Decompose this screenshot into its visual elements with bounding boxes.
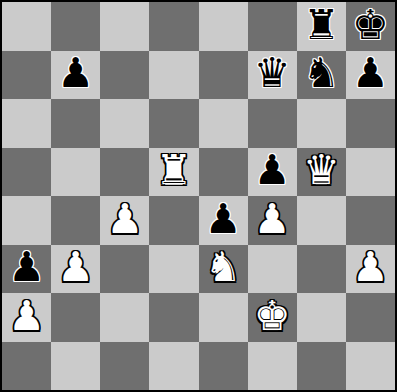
- square-g6[interactable]: [297, 99, 346, 148]
- piece-black-pawn-icon: ♟: [352, 53, 389, 94]
- piece-white-pawn-icon: ♟: [8, 296, 45, 337]
- piece-white-knight-icon: ♞: [205, 247, 242, 288]
- square-h6[interactable]: [346, 99, 395, 148]
- square-e7[interactable]: [199, 51, 248, 100]
- piece-black-queen-icon: ♛: [254, 53, 291, 94]
- square-b8[interactable]: [51, 2, 100, 51]
- piece-white-queen-icon: ♛: [303, 150, 340, 191]
- square-a7[interactable]: [2, 51, 51, 100]
- square-d3[interactable]: [149, 245, 198, 294]
- square-d2[interactable]: [149, 293, 198, 342]
- square-c5[interactable]: [100, 148, 149, 197]
- square-h7[interactable]: ♟: [346, 51, 395, 100]
- square-c2[interactable]: [100, 293, 149, 342]
- square-c1[interactable]: [100, 342, 149, 391]
- square-h1[interactable]: [346, 342, 395, 391]
- square-c3[interactable]: [100, 245, 149, 294]
- piece-black-pawn-icon: ♟: [8, 247, 45, 288]
- square-f7[interactable]: ♛: [248, 51, 297, 100]
- square-f8[interactable]: [248, 2, 297, 51]
- square-g4[interactable]: [297, 196, 346, 245]
- piece-white-rook-icon: ♜: [156, 150, 193, 191]
- square-g3[interactable]: [297, 245, 346, 294]
- square-b6[interactable]: [51, 99, 100, 148]
- piece-white-pawn-icon: ♟: [254, 199, 291, 240]
- square-a5[interactable]: [2, 148, 51, 197]
- piece-black-pawn-icon: ♟: [57, 53, 94, 94]
- square-b2[interactable]: [51, 293, 100, 342]
- square-a6[interactable]: [2, 99, 51, 148]
- square-d8[interactable]: [149, 2, 198, 51]
- piece-white-pawn-icon: ♟: [57, 247, 94, 288]
- square-g2[interactable]: [297, 293, 346, 342]
- square-c7[interactable]: [100, 51, 149, 100]
- square-b3[interactable]: ♟: [51, 245, 100, 294]
- square-e1[interactable]: [199, 342, 248, 391]
- square-e4[interactable]: ♟: [199, 196, 248, 245]
- square-a4[interactable]: [2, 196, 51, 245]
- square-b4[interactable]: [51, 196, 100, 245]
- square-g8[interactable]: ♜: [297, 2, 346, 51]
- square-d4[interactable]: [149, 196, 198, 245]
- square-d6[interactable]: [149, 99, 198, 148]
- square-a1[interactable]: [2, 342, 51, 391]
- piece-black-rook-icon: ♜: [303, 5, 340, 46]
- square-b1[interactable]: [51, 342, 100, 391]
- square-g5[interactable]: ♛: [297, 148, 346, 197]
- square-c4[interactable]: ♟: [100, 196, 149, 245]
- square-a3[interactable]: ♟: [2, 245, 51, 294]
- piece-black-king-icon: ♚: [352, 5, 389, 46]
- square-e8[interactable]: [199, 2, 248, 51]
- square-c6[interactable]: [100, 99, 149, 148]
- square-d1[interactable]: [149, 342, 198, 391]
- square-f3[interactable]: [248, 245, 297, 294]
- square-d5[interactable]: ♜: [149, 148, 198, 197]
- square-b5[interactable]: [51, 148, 100, 197]
- square-h2[interactable]: [346, 293, 395, 342]
- square-f1[interactable]: [248, 342, 297, 391]
- piece-black-pawn-icon: ♟: [205, 199, 242, 240]
- chess-board: ♜♚♟♛♞♟♜♟♛♟♟♟♟♟♞♟♟♚: [2, 2, 395, 390]
- square-f6[interactable]: [248, 99, 297, 148]
- piece-white-pawn-icon: ♟: [352, 247, 389, 288]
- square-f2[interactable]: ♚: [248, 293, 297, 342]
- piece-black-knight-icon: ♞: [303, 53, 340, 94]
- square-c8[interactable]: [100, 2, 149, 51]
- square-h3[interactable]: ♟: [346, 245, 395, 294]
- square-e5[interactable]: [199, 148, 248, 197]
- square-g7[interactable]: ♞: [297, 51, 346, 100]
- chess-board-frame: ♜♚♟♛♞♟♜♟♛♟♟♟♟♟♞♟♟♚: [0, 0, 397, 392]
- piece-white-king-icon: ♚: [254, 296, 291, 337]
- square-h5[interactable]: [346, 148, 395, 197]
- square-e3[interactable]: ♞: [199, 245, 248, 294]
- square-d7[interactable]: [149, 51, 198, 100]
- square-e2[interactable]: [199, 293, 248, 342]
- square-g1[interactable]: [297, 342, 346, 391]
- square-e6[interactable]: [199, 99, 248, 148]
- square-a2[interactable]: ♟: [2, 293, 51, 342]
- square-f4[interactable]: ♟: [248, 196, 297, 245]
- piece-black-pawn-icon: ♟: [254, 150, 291, 191]
- square-h4[interactable]: [346, 196, 395, 245]
- square-f5[interactable]: ♟: [248, 148, 297, 197]
- square-b7[interactable]: ♟: [51, 51, 100, 100]
- square-h8[interactable]: ♚: [346, 2, 395, 51]
- square-a8[interactable]: [2, 2, 51, 51]
- piece-white-pawn-icon: ♟: [106, 199, 143, 240]
